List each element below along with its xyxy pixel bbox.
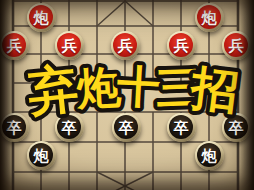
xiangqi-board: 炮炮兵兵兵兵兵卒卒卒卒卒炮炮 弃 炮 十 三 招 — [0, 0, 254, 190]
caption-char: 招 — [187, 60, 242, 119]
caption-char: 炮 — [74, 62, 123, 113]
caption-char: 弃 — [24, 60, 81, 121]
caption-text: 弃 炮 十 三 招 — [0, 0, 254, 190]
